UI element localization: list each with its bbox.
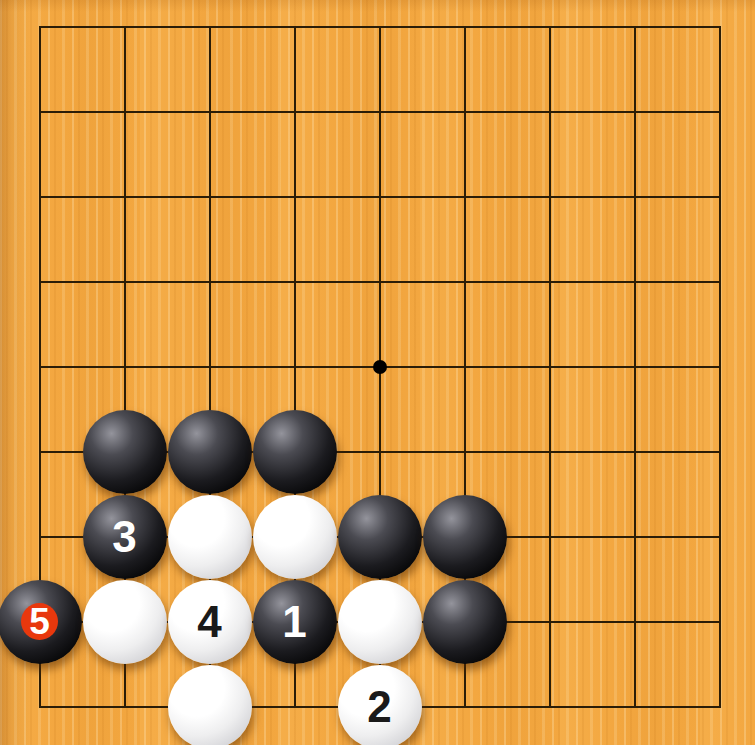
stone-white: [168, 665, 252, 745]
stone-white: [338, 580, 422, 664]
stone-white: 2: [338, 665, 422, 745]
stone-black: [168, 410, 252, 494]
stone-black: [253, 410, 337, 494]
go-board[interactable]: 35412: [0, 0, 755, 745]
move-number: 2: [367, 685, 391, 729]
stone-black: [423, 580, 507, 664]
stone-black: [423, 495, 507, 579]
grid-line: [634, 26, 636, 708]
stone-black: 1: [253, 580, 337, 664]
stone-white: [168, 495, 252, 579]
last-move-marker: 5: [21, 603, 58, 640]
stone-black: [338, 495, 422, 579]
move-number: 1: [282, 600, 306, 644]
move-number: 5: [29, 603, 50, 640]
stone-white: [253, 495, 337, 579]
stone-white: [83, 580, 167, 664]
grid-line: [719, 26, 721, 708]
stone-white: 4: [168, 580, 252, 664]
star-point: [373, 360, 387, 374]
grid-line: [549, 26, 551, 708]
move-number: 4: [197, 600, 221, 644]
stone-black: [83, 410, 167, 494]
stone-black: 5: [0, 580, 82, 664]
move-number: 3: [112, 515, 136, 559]
stone-black: 3: [83, 495, 167, 579]
